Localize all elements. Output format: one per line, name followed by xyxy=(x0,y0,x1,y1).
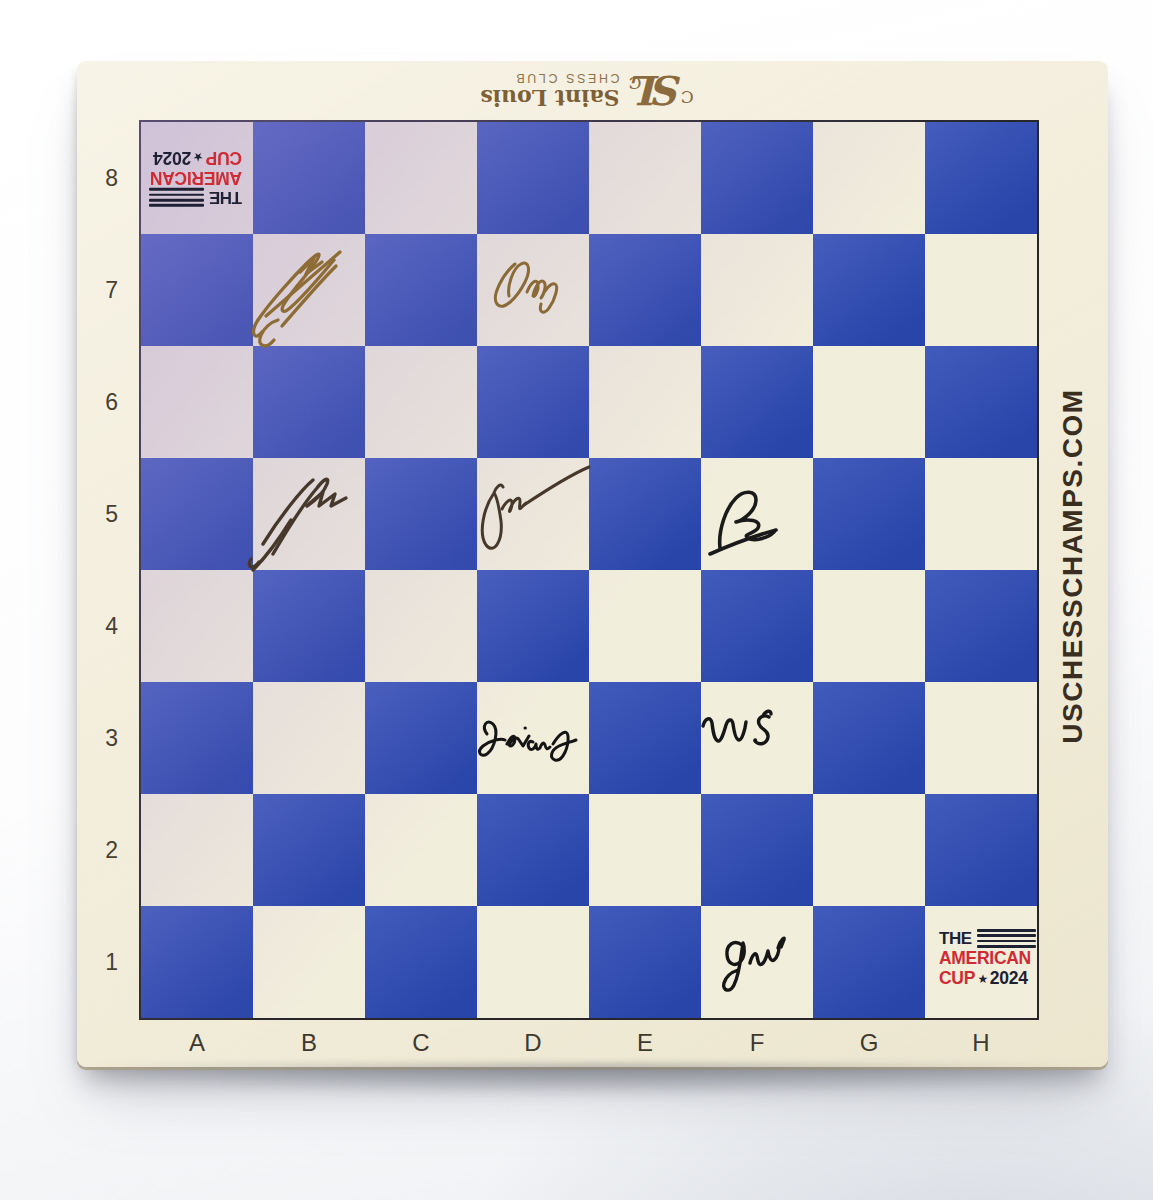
square-b7 xyxy=(253,234,365,346)
square-e5 xyxy=(589,458,701,570)
square-d1 xyxy=(477,906,589,1018)
square-a6 xyxy=(141,346,253,458)
square-f3 xyxy=(701,682,813,794)
rank-label-7: 7 xyxy=(95,277,129,304)
rank-label-6: 6 xyxy=(95,389,129,416)
uschesschamps-url: USCHESSCHAMPS.COM xyxy=(1057,388,1089,743)
file-label-a: A xyxy=(167,1029,227,1057)
square-h3 xyxy=(925,682,1037,794)
square-b5 xyxy=(253,458,365,570)
square-e2 xyxy=(589,794,701,906)
square-d6 xyxy=(477,346,589,458)
square-h2 xyxy=(925,794,1037,906)
square-a7 xyxy=(141,234,253,346)
square-g4 xyxy=(813,570,925,682)
square-d4 xyxy=(477,570,589,682)
slcc-subtitle: CHESS CLUB xyxy=(480,71,619,84)
file-label-d: D xyxy=(503,1029,563,1057)
square-e4 xyxy=(589,570,701,682)
square-c7 xyxy=(365,234,477,346)
square-c4 xyxy=(365,570,477,682)
square-c8 xyxy=(365,122,477,234)
square-a2 xyxy=(141,794,253,906)
square-f2 xyxy=(701,794,813,906)
file-label-h: H xyxy=(951,1029,1011,1057)
square-c1 xyxy=(365,906,477,1018)
square-g5 xyxy=(813,458,925,570)
file-label-g: G xyxy=(839,1029,899,1057)
square-g3 xyxy=(813,682,925,794)
square-e3 xyxy=(589,682,701,794)
square-b8 xyxy=(253,122,365,234)
file-label-c: C xyxy=(391,1029,451,1057)
square-a5 xyxy=(141,458,253,570)
square-e8 xyxy=(589,122,701,234)
photo-background: C SL C Saint Louis CHESS CLUB THE AMERIC… xyxy=(0,0,1153,1200)
square-d8 xyxy=(477,122,589,234)
square-g2 xyxy=(813,794,925,906)
square-c3 xyxy=(365,682,477,794)
square-h6 xyxy=(925,346,1037,458)
square-e6 xyxy=(589,346,701,458)
square-d5 xyxy=(477,458,589,570)
stripes-icon xyxy=(977,929,1037,948)
square-h5 xyxy=(925,458,1037,570)
star-icon: ★ xyxy=(193,150,204,162)
slcc-title: Saint Louis xyxy=(480,86,619,109)
square-h8 xyxy=(925,122,1037,234)
square-a1 xyxy=(141,906,253,1018)
saint-louis-chess-club-logo: C SL C Saint Louis CHESS CLUB xyxy=(480,71,693,109)
file-label-e: E xyxy=(615,1029,675,1057)
square-c2 xyxy=(365,794,477,906)
square-f6 xyxy=(701,346,813,458)
rank-label-3: 3 xyxy=(95,725,129,752)
square-e7 xyxy=(589,234,701,346)
square-d2 xyxy=(477,794,589,906)
square-b2 xyxy=(253,794,365,906)
square-a4 xyxy=(141,570,253,682)
star-icon: ★ xyxy=(978,973,989,985)
square-f4 xyxy=(701,570,813,682)
square-f8 xyxy=(701,122,813,234)
square-b3 xyxy=(253,682,365,794)
file-label-f: F xyxy=(727,1029,787,1057)
square-d3 xyxy=(477,682,589,794)
rank-label-1: 1 xyxy=(95,949,129,976)
square-a3 xyxy=(141,682,253,794)
square-g6 xyxy=(813,346,925,458)
square-g8 xyxy=(813,122,925,234)
square-g1 xyxy=(813,906,925,1018)
square-c6 xyxy=(365,346,477,458)
slcc-monogram-icon: C SL C xyxy=(629,72,694,108)
rank-label-2: 2 xyxy=(95,837,129,864)
rank-label-4: 4 xyxy=(95,613,129,640)
chess-board xyxy=(139,120,1039,1020)
rank-label-5: 5 xyxy=(95,501,129,528)
rank-label-8: 8 xyxy=(95,165,129,192)
square-b6 xyxy=(253,346,365,458)
square-b1 xyxy=(253,906,365,1018)
square-f7 xyxy=(701,234,813,346)
square-d7 xyxy=(477,234,589,346)
square-c5 xyxy=(365,458,477,570)
american-cup-logo-a8: THE AMERICAN CUP ★ 2024 xyxy=(149,148,242,207)
american-cup-logo-h1: THE AMERICAN CUP ★ 2024 xyxy=(939,929,1036,988)
square-h7 xyxy=(925,234,1037,346)
file-label-b: B xyxy=(279,1029,339,1057)
square-e1 xyxy=(589,906,701,1018)
square-g7 xyxy=(813,234,925,346)
vinyl-chess-mat: C SL C Saint Louis CHESS CLUB THE AMERIC… xyxy=(77,61,1108,1067)
square-f1 xyxy=(701,906,813,1018)
square-b4 xyxy=(253,570,365,682)
square-h4 xyxy=(925,570,1037,682)
square-f5 xyxy=(701,458,813,570)
stripes-icon xyxy=(149,188,205,207)
